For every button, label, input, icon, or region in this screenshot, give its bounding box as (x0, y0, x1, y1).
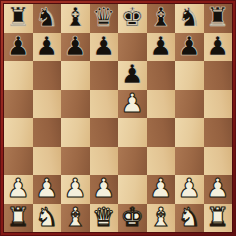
square-d3[interactable] (90, 147, 119, 176)
square-e8[interactable]: ♚ (118, 4, 147, 33)
square-g6[interactable] (175, 61, 204, 90)
square-f2[interactable]: ♟ (147, 175, 176, 204)
square-f8[interactable]: ♝ (147, 4, 176, 33)
square-g2[interactable]: ♟ (175, 175, 204, 204)
square-a4[interactable] (4, 118, 33, 147)
square-f7[interactable]: ♟ (147, 33, 176, 62)
square-a6[interactable] (4, 61, 33, 90)
square-d4[interactable] (90, 118, 119, 147)
square-c2[interactable]: ♟ (61, 175, 90, 204)
square-b4[interactable] (33, 118, 62, 147)
white-pawn[interactable]: ♟ (178, 175, 201, 201)
square-d8[interactable]: ♛ (90, 4, 119, 33)
square-b2[interactable]: ♟ (33, 175, 62, 204)
white-pawn[interactable]: ♟ (121, 90, 144, 116)
square-c6[interactable] (61, 61, 90, 90)
square-c1[interactable]: ♝ (61, 204, 90, 233)
white-king[interactable]: ♚ (121, 204, 144, 230)
black-knight[interactable]: ♞ (35, 4, 58, 30)
square-e1[interactable]: ♚ (118, 204, 147, 233)
black-pawn[interactable]: ♟ (206, 33, 229, 59)
square-c8[interactable]: ♝ (61, 4, 90, 33)
square-a1[interactable]: ♜ (4, 204, 33, 233)
black-bishop[interactable]: ♝ (149, 4, 172, 30)
square-b3[interactable] (33, 147, 62, 176)
black-rook[interactable]: ♜ (7, 4, 30, 30)
black-pawn[interactable]: ♟ (7, 33, 30, 59)
square-d7[interactable]: ♟ (90, 33, 119, 62)
white-knight[interactable]: ♞ (178, 204, 201, 230)
black-pawn[interactable]: ♟ (121, 61, 144, 87)
white-rook[interactable]: ♜ (7, 204, 30, 230)
square-f1[interactable]: ♝ (147, 204, 176, 233)
black-pawn[interactable]: ♟ (64, 33, 87, 59)
square-f3[interactable] (147, 147, 176, 176)
square-f6[interactable] (147, 61, 176, 90)
black-knight[interactable]: ♞ (178, 4, 201, 30)
chess-board: ♜♞♝♛♚♝♞♜♟♟♟♟♟♟♟♟♟♟♟♟♟♟♟♟♜♞♝♛♚♝♞♜ (4, 4, 232, 232)
square-c5[interactable] (61, 90, 90, 119)
black-pawn[interactable]: ♟ (178, 33, 201, 59)
square-b1[interactable]: ♞ (33, 204, 62, 233)
square-h2[interactable]: ♟ (204, 175, 233, 204)
square-a3[interactable] (4, 147, 33, 176)
white-pawn[interactable]: ♟ (7, 175, 30, 201)
square-e3[interactable] (118, 147, 147, 176)
square-d5[interactable] (90, 90, 119, 119)
black-queen[interactable]: ♛ (92, 4, 115, 30)
white-pawn[interactable]: ♟ (206, 175, 229, 201)
square-h1[interactable]: ♜ (204, 204, 233, 233)
square-g5[interactable] (175, 90, 204, 119)
white-bishop[interactable]: ♝ (149, 204, 172, 230)
square-d1[interactable]: ♛ (90, 204, 119, 233)
white-queen[interactable]: ♛ (92, 204, 115, 230)
square-a7[interactable]: ♟ (4, 33, 33, 62)
square-c3[interactable] (61, 147, 90, 176)
white-knight[interactable]: ♞ (35, 204, 58, 230)
square-e6[interactable]: ♟ (118, 61, 147, 90)
square-g1[interactable]: ♞ (175, 204, 204, 233)
square-a8[interactable]: ♜ (4, 4, 33, 33)
square-h6[interactable] (204, 61, 233, 90)
square-g3[interactable] (175, 147, 204, 176)
board-frame: ♜♞♝♛♚♝♞♜♟♟♟♟♟♟♟♟♟♟♟♟♟♟♟♟♜♞♝♛♚♝♞♜ (0, 0, 236, 236)
square-f4[interactable] (147, 118, 176, 147)
square-h3[interactable] (204, 147, 233, 176)
white-bishop[interactable]: ♝ (64, 204, 87, 230)
black-pawn[interactable]: ♟ (35, 33, 58, 59)
square-h7[interactable]: ♟ (204, 33, 233, 62)
square-b6[interactable] (33, 61, 62, 90)
square-g8[interactable]: ♞ (175, 4, 204, 33)
square-a2[interactable]: ♟ (4, 175, 33, 204)
white-pawn[interactable]: ♟ (35, 175, 58, 201)
square-e4[interactable] (118, 118, 147, 147)
white-pawn[interactable]: ♟ (149, 175, 172, 201)
square-b7[interactable]: ♟ (33, 33, 62, 62)
square-a5[interactable] (4, 90, 33, 119)
white-pawn[interactable]: ♟ (92, 175, 115, 201)
square-h5[interactable] (204, 90, 233, 119)
square-c7[interactable]: ♟ (61, 33, 90, 62)
square-e7[interactable] (118, 33, 147, 62)
square-h8[interactable]: ♜ (204, 4, 233, 33)
square-g7[interactable]: ♟ (175, 33, 204, 62)
square-d2[interactable]: ♟ (90, 175, 119, 204)
square-f5[interactable] (147, 90, 176, 119)
black-pawn[interactable]: ♟ (92, 33, 115, 59)
square-c4[interactable] (61, 118, 90, 147)
black-king[interactable]: ♚ (121, 4, 144, 30)
white-rook[interactable]: ♜ (206, 204, 229, 230)
square-g4[interactable] (175, 118, 204, 147)
square-e2[interactable] (118, 175, 147, 204)
black-pawn[interactable]: ♟ (149, 33, 172, 59)
square-h4[interactable] (204, 118, 233, 147)
white-pawn[interactable]: ♟ (64, 175, 87, 201)
black-rook[interactable]: ♜ (206, 4, 229, 30)
square-b8[interactable]: ♞ (33, 4, 62, 33)
square-b5[interactable] (33, 90, 62, 119)
square-e5[interactable]: ♟ (118, 90, 147, 119)
black-bishop[interactable]: ♝ (64, 4, 87, 30)
square-d6[interactable] (90, 61, 119, 90)
